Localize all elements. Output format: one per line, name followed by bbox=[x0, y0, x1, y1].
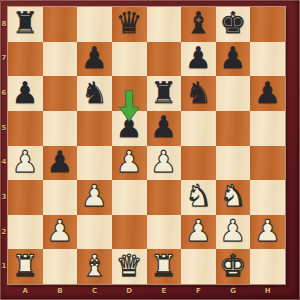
square-f8[interactable]: ♝ bbox=[181, 7, 216, 42]
piece-white-rook-e1[interactable]: ♜ bbox=[150, 251, 177, 281]
chess-board: ♜♛♝♚♟♟♟♟♞♜♞♟♟♟♟♟♟♟♟♞♞♟♟♟♟♜♝♛♜♚ bbox=[8, 7, 285, 284]
square-h4[interactable] bbox=[250, 146, 285, 181]
square-g4[interactable] bbox=[216, 146, 251, 181]
piece-black-pawn-f7[interactable]: ♟ bbox=[185, 43, 212, 73]
square-c3[interactable]: ♟ bbox=[77, 180, 112, 215]
piece-black-pawn-e5[interactable]: ♟ bbox=[150, 112, 177, 142]
square-e3[interactable] bbox=[147, 180, 182, 215]
square-e7[interactable] bbox=[147, 42, 182, 77]
piece-white-knight-g3[interactable]: ♞ bbox=[220, 181, 247, 211]
square-f5[interactable] bbox=[181, 111, 216, 146]
piece-white-king-g1[interactable]: ♚ bbox=[220, 251, 247, 281]
piece-white-pawn-d4[interactable]: ♟ bbox=[116, 147, 143, 177]
square-f7[interactable]: ♟ bbox=[181, 42, 216, 77]
square-g1[interactable]: ♚ bbox=[216, 249, 251, 284]
rank-label-3: 3 bbox=[0, 194, 8, 201]
file-label-E: E bbox=[147, 288, 182, 295]
square-a7[interactable] bbox=[8, 42, 43, 77]
piece-white-pawn-b2[interactable]: ♟ bbox=[46, 216, 73, 246]
square-h8[interactable] bbox=[250, 7, 285, 42]
square-g5[interactable] bbox=[216, 111, 251, 146]
square-h2[interactable]: ♟ bbox=[250, 215, 285, 250]
square-c8[interactable] bbox=[77, 7, 112, 42]
piece-black-pawn-c7[interactable]: ♟ bbox=[81, 43, 108, 73]
square-e2[interactable] bbox=[147, 215, 182, 250]
rank-label-2: 2 bbox=[0, 229, 8, 236]
square-a5[interactable] bbox=[8, 111, 43, 146]
piece-white-knight-f3[interactable]: ♞ bbox=[185, 181, 212, 211]
piece-black-queen-d8[interactable]: ♛ bbox=[116, 8, 143, 38]
piece-black-knight-c6[interactable]: ♞ bbox=[81, 78, 108, 108]
piece-white-pawn-c3[interactable]: ♟ bbox=[81, 181, 108, 211]
file-label-C: C bbox=[77, 288, 112, 295]
piece-black-rook-e6[interactable]: ♜ bbox=[150, 78, 177, 108]
file-label-H: H bbox=[250, 288, 285, 295]
square-d8[interactable]: ♛ bbox=[112, 7, 147, 42]
square-e4[interactable]: ♟ bbox=[147, 146, 182, 181]
square-d3[interactable] bbox=[112, 180, 147, 215]
square-h1[interactable] bbox=[250, 249, 285, 284]
square-g3[interactable]: ♞ bbox=[216, 180, 251, 215]
square-a1[interactable]: ♜ bbox=[8, 249, 43, 284]
file-label-F: F bbox=[181, 288, 216, 295]
square-c7[interactable]: ♟ bbox=[77, 42, 112, 77]
piece-white-bishop-c1[interactable]: ♝ bbox=[81, 251, 108, 281]
rank-label-6: 6 bbox=[0, 90, 8, 97]
square-a8[interactable]: ♜ bbox=[8, 7, 43, 42]
square-f3[interactable]: ♞ bbox=[181, 180, 216, 215]
square-g8[interactable]: ♚ bbox=[216, 7, 251, 42]
rank-label-8: 8 bbox=[0, 21, 8, 28]
square-a4[interactable]: ♟ bbox=[8, 146, 43, 181]
square-f6[interactable]: ♞ bbox=[181, 76, 216, 111]
square-h3[interactable] bbox=[250, 180, 285, 215]
piece-black-bishop-f8[interactable]: ♝ bbox=[185, 8, 212, 38]
square-c1[interactable]: ♝ bbox=[77, 249, 112, 284]
piece-white-rook-a1[interactable]: ♜ bbox=[12, 251, 39, 281]
square-d2[interactable] bbox=[112, 215, 147, 250]
square-b5[interactable] bbox=[43, 111, 78, 146]
square-b4[interactable]: ♟ bbox=[43, 146, 78, 181]
square-e6[interactable]: ♜ bbox=[147, 76, 182, 111]
square-c5[interactable] bbox=[77, 111, 112, 146]
square-c2[interactable] bbox=[77, 215, 112, 250]
square-h7[interactable] bbox=[250, 42, 285, 77]
square-g6[interactable] bbox=[216, 76, 251, 111]
square-b2[interactable]: ♟ bbox=[43, 215, 78, 250]
square-h5[interactable] bbox=[250, 111, 285, 146]
file-label-A: A bbox=[8, 288, 43, 295]
piece-black-pawn-d5[interactable]: ♟ bbox=[116, 112, 143, 142]
square-e5[interactable]: ♟ bbox=[147, 111, 182, 146]
piece-black-pawn-a6[interactable]: ♟ bbox=[12, 78, 39, 108]
square-a2[interactable] bbox=[8, 215, 43, 250]
piece-black-rook-a8[interactable]: ♜ bbox=[12, 8, 39, 38]
rank-label-7: 7 bbox=[0, 55, 8, 62]
square-c6[interactable]: ♞ bbox=[77, 76, 112, 111]
square-a3[interactable] bbox=[8, 180, 43, 215]
piece-black-pawn-h6[interactable]: ♟ bbox=[254, 78, 281, 108]
square-f2[interactable]: ♟ bbox=[181, 215, 216, 250]
square-f4[interactable] bbox=[181, 146, 216, 181]
rank-label-1: 1 bbox=[0, 263, 8, 270]
piece-white-pawn-h2[interactable]: ♟ bbox=[254, 216, 281, 246]
square-e1[interactable]: ♜ bbox=[147, 249, 182, 284]
square-b7[interactable] bbox=[43, 42, 78, 77]
file-label-G: G bbox=[216, 288, 251, 295]
square-d5[interactable]: ♟ bbox=[112, 111, 147, 146]
rank-label-4: 4 bbox=[0, 159, 8, 166]
square-d1[interactable]: ♛ bbox=[112, 249, 147, 284]
piece-white-pawn-a4[interactable]: ♟ bbox=[12, 147, 39, 177]
piece-white-pawn-e4[interactable]: ♟ bbox=[150, 147, 177, 177]
square-g7[interactable]: ♟ bbox=[216, 42, 251, 77]
square-b8[interactable] bbox=[43, 7, 78, 42]
rank-label-5: 5 bbox=[0, 125, 8, 132]
square-d7[interactable] bbox=[112, 42, 147, 77]
piece-black-knight-f6[interactable]: ♞ bbox=[185, 78, 212, 108]
square-f1[interactable] bbox=[181, 249, 216, 284]
file-label-D: D bbox=[112, 288, 147, 295]
square-b1[interactable] bbox=[43, 249, 78, 284]
square-c4[interactable] bbox=[77, 146, 112, 181]
piece-black-king-g8[interactable]: ♚ bbox=[220, 8, 247, 38]
square-d4[interactable]: ♟ bbox=[112, 146, 147, 181]
square-e8[interactable] bbox=[147, 7, 182, 42]
square-b6[interactable] bbox=[43, 76, 78, 111]
square-g2[interactable]: ♟ bbox=[216, 215, 251, 250]
square-h6[interactable]: ♟ bbox=[250, 76, 285, 111]
square-b3[interactable] bbox=[43, 180, 78, 215]
piece-white-queen-d1[interactable]: ♛ bbox=[116, 251, 143, 281]
piece-white-pawn-f2[interactable]: ♟ bbox=[185, 216, 212, 246]
square-a6[interactable]: ♟ bbox=[8, 76, 43, 111]
piece-black-pawn-b4[interactable]: ♟ bbox=[46, 147, 73, 177]
square-d6[interactable] bbox=[112, 76, 147, 111]
piece-black-pawn-g7[interactable]: ♟ bbox=[220, 43, 247, 73]
piece-white-pawn-g2[interactable]: ♟ bbox=[220, 216, 247, 246]
board-frame: ♜♛♝♚♟♟♟♟♞♜♞♟♟♟♟♟♟♟♟♞♞♟♟♟♟♜♝♛♜♚ 87654321A… bbox=[0, 0, 300, 300]
file-label-B: B bbox=[43, 288, 78, 295]
